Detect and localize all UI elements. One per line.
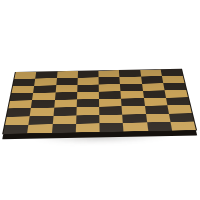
square-h1	[170, 121, 196, 130]
square-g1	[147, 122, 172, 131]
square-a1	[3, 125, 28, 134]
chessboard	[0, 0, 200, 200]
square-d1	[76, 123, 100, 132]
square-b1	[27, 124, 52, 133]
square-f1	[123, 122, 148, 131]
product-photo-background	[0, 0, 200, 200]
square-e1	[99, 123, 123, 132]
board-grid	[2, 69, 197, 134]
square-c1	[51, 124, 75, 133]
